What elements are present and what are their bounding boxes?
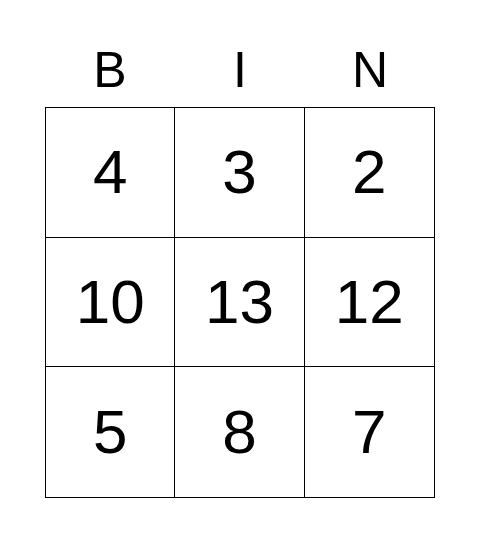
- bingo-cell-r1c2[interactable]: 3: [175, 108, 304, 238]
- bingo-cell-r3c3[interactable]: 7: [305, 367, 434, 497]
- cell-number: 2: [352, 141, 386, 203]
- bingo-cell-r3c2[interactable]: 8: [175, 367, 304, 497]
- bingo-grid: 4 3 2 10 13 12 5 8 7: [45, 107, 435, 498]
- column-header-b: B: [45, 45, 175, 95]
- cell-number: 5: [93, 401, 127, 463]
- bingo-cell-r1c1[interactable]: 4: [46, 108, 175, 238]
- bingo-cell-r2c2[interactable]: 13: [175, 238, 304, 368]
- bingo-cell-r3c1[interactable]: 5: [46, 367, 175, 497]
- bingo-card-page: B I N 4 3 2 10 13 12 5 8 7: [0, 0, 479, 544]
- cell-number: 4: [93, 141, 127, 203]
- bingo-cell-r2c3[interactable]: 12: [305, 238, 434, 368]
- cell-number: 3: [222, 141, 256, 203]
- cell-number: 7: [352, 401, 386, 463]
- column-header-i: I: [175, 45, 305, 95]
- bingo-cell-r2c1[interactable]: 10: [46, 238, 175, 368]
- bingo-header-row: B I N: [45, 45, 435, 95]
- bingo-cell-r1c3[interactable]: 2: [305, 108, 434, 238]
- cell-number: 13: [205, 271, 274, 333]
- cell-number: 8: [222, 401, 256, 463]
- cell-number: 10: [76, 271, 145, 333]
- column-header-n: N: [305, 45, 435, 95]
- cell-number: 12: [335, 271, 404, 333]
